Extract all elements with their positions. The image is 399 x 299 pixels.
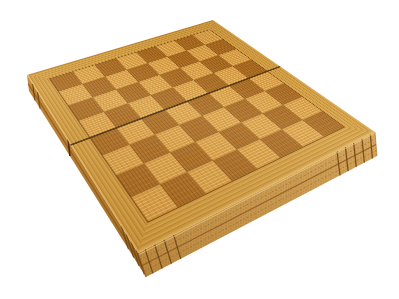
scene (0, 0, 399, 299)
